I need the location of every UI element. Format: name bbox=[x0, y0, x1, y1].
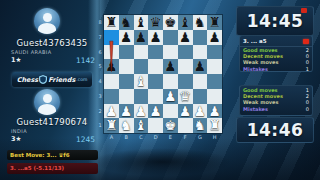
rank-label: 6 bbox=[97, 45, 103, 60]
square-f8[interactable]: ♝ bbox=[178, 15, 193, 30]
square-a1[interactable]: ♜ bbox=[104, 118, 119, 133]
square-e3[interactable]: ♟ bbox=[163, 89, 178, 104]
piece-c8[interactable]: ♝ bbox=[134, 15, 149, 30]
piece-g8[interactable]: ♞ bbox=[193, 15, 208, 30]
avatar-silhouette bbox=[43, 94, 52, 103]
square-h4[interactable] bbox=[207, 74, 222, 89]
avatar-silhouette bbox=[38, 23, 56, 34]
file-label: A bbox=[104, 134, 119, 141]
square-h5[interactable] bbox=[207, 59, 222, 74]
piece-d8[interactable]: ♛ bbox=[148, 15, 163, 30]
avatar-silhouette bbox=[38, 104, 56, 115]
piece-c4[interactable]: ♝ bbox=[134, 74, 149, 89]
square-d4[interactable] bbox=[148, 74, 163, 89]
square-a6[interactable] bbox=[104, 45, 119, 60]
piece-f2[interactable]: ♟ bbox=[178, 104, 193, 119]
square-e2[interactable] bbox=[163, 104, 178, 119]
last-move-header: 3. ... a5 bbox=[240, 37, 312, 47]
square-a7[interactable] bbox=[104, 30, 119, 45]
square-g6[interactable] bbox=[193, 45, 208, 60]
square-h7[interactable]: ♟ bbox=[207, 30, 222, 45]
square-c7[interactable]: ♟ bbox=[134, 30, 149, 45]
stat-label: Mistakes bbox=[243, 66, 268, 72]
rank-label: 1 bbox=[97, 118, 103, 133]
bottom-player-name: Guest41790674 bbox=[2, 117, 102, 127]
logo-text-right: Friends bbox=[48, 76, 75, 84]
stat-value: 0 bbox=[306, 106, 309, 112]
played-move-bar: 3. ...a5 (-5.11/13) bbox=[7, 163, 98, 174]
stat-value: 1 bbox=[306, 66, 309, 72]
square-a8[interactable]: ♜ bbox=[104, 15, 119, 30]
top-player-stats-panel: 3. ... a5 Good moves2Decent moves0Weak m… bbox=[239, 35, 313, 72]
square-d8[interactable]: ♛ bbox=[148, 15, 163, 30]
square-b4[interactable] bbox=[119, 74, 134, 89]
logo-suffix: .com bbox=[76, 77, 87, 82]
piece-d7[interactable]: ♟ bbox=[148, 30, 163, 45]
square-a5[interactable]: ♟ bbox=[104, 59, 119, 74]
avatar-silhouette bbox=[43, 13, 52, 22]
file-label: H bbox=[207, 134, 222, 141]
stat-row-mistakes: Mistakes1 bbox=[240, 66, 312, 72]
rank-label: 2 bbox=[97, 104, 103, 119]
square-d2[interactable]: ♟ bbox=[148, 104, 163, 119]
square-a4[interactable] bbox=[104, 74, 119, 89]
piece-h7[interactable]: ♟ bbox=[207, 30, 222, 45]
file-label: B bbox=[119, 134, 134, 141]
square-b5[interactable] bbox=[119, 59, 134, 74]
piece-f8[interactable]: ♝ bbox=[178, 15, 193, 30]
file-label: G bbox=[193, 134, 208, 141]
square-f2[interactable]: ♟ bbox=[178, 104, 193, 119]
piece-e3[interactable]: ♟ bbox=[163, 89, 178, 104]
top-player-country: SAUDI ARABIA bbox=[11, 49, 52, 55]
square-g5[interactable]: ♟ bbox=[193, 59, 208, 74]
square-c4[interactable]: ♝ bbox=[134, 74, 149, 89]
piece-a5[interactable]: ♟ bbox=[104, 59, 119, 74]
file-label: D bbox=[148, 134, 163, 141]
game-screen: Guest43763435 SAUDI ARABIA 1★ 1142 Chess… bbox=[0, 0, 320, 180]
bottom-player-rating: 1245 bbox=[11, 135, 95, 144]
piece-f7[interactable]: ♟ bbox=[178, 30, 193, 45]
square-a3[interactable] bbox=[104, 89, 119, 104]
square-c5[interactable] bbox=[134, 59, 149, 74]
last-move-text: 3. ... a5 bbox=[243, 38, 267, 44]
square-e6[interactable] bbox=[163, 45, 178, 60]
square-e5[interactable]: ♟ bbox=[163, 59, 178, 74]
square-g7[interactable] bbox=[193, 30, 208, 45]
file-labels: ABCDEFGH bbox=[104, 134, 222, 141]
piece-b8[interactable]: ♞ bbox=[119, 15, 134, 30]
square-c6[interactable] bbox=[134, 45, 149, 60]
square-b1[interactable]: ♞ bbox=[119, 118, 134, 133]
logo-text-left: Chess bbox=[17, 76, 39, 84]
piece-a8[interactable]: ♜ bbox=[104, 15, 119, 30]
file-label: E bbox=[163, 134, 178, 141]
square-b2[interactable]: ♟ bbox=[119, 104, 134, 119]
rank-label: 4 bbox=[97, 74, 103, 89]
square-f5[interactable] bbox=[178, 59, 193, 74]
avatar-bottom-player bbox=[34, 89, 60, 115]
square-d7[interactable]: ♟ bbox=[148, 30, 163, 45]
bottom-player-clock: 14:46 bbox=[236, 117, 314, 143]
bottom-player-country: INDIA bbox=[11, 128, 27, 134]
square-f7[interactable]: ♟ bbox=[178, 30, 193, 45]
piece-c7[interactable]: ♟ bbox=[134, 30, 149, 45]
square-c3[interactable] bbox=[134, 89, 149, 104]
piece-b2[interactable]: ♟ bbox=[119, 104, 134, 119]
piece-f3[interactable]: ♛ bbox=[178, 89, 193, 104]
piece-e8[interactable]: ♚ bbox=[163, 15, 178, 30]
square-h8[interactable]: ♜ bbox=[207, 15, 222, 30]
piece-c2[interactable]: ♟ bbox=[134, 104, 149, 119]
chessfriends-logo[interactable]: Chess Friends .com bbox=[12, 72, 92, 87]
square-d1[interactable] bbox=[148, 118, 163, 133]
square-a2[interactable]: ♟ bbox=[104, 104, 119, 119]
square-b6[interactable] bbox=[119, 45, 134, 60]
bottom-player-stats-panel: Good moves1Decent moves2Weak moves0Mista… bbox=[239, 85, 313, 116]
square-b8[interactable]: ♞ bbox=[119, 15, 134, 30]
piece-g5[interactable]: ♟ bbox=[193, 59, 208, 74]
square-c8[interactable]: ♝ bbox=[134, 15, 149, 30]
piece-a2[interactable]: ♟ bbox=[104, 104, 119, 119]
rank-label: 5 bbox=[97, 59, 103, 74]
piece-g1[interactable]: ♞ bbox=[193, 118, 208, 133]
square-e8[interactable]: ♚ bbox=[163, 15, 178, 30]
square-e1[interactable]: ♚ bbox=[163, 118, 178, 133]
square-g4[interactable] bbox=[193, 74, 208, 89]
square-f4[interactable] bbox=[178, 74, 193, 89]
square-c2[interactable]: ♟ bbox=[134, 104, 149, 119]
shield-icon bbox=[39, 75, 47, 84]
best-move-bar: Best Move: 3... ♛f6 bbox=[7, 150, 98, 160]
square-h1[interactable]: ♜ bbox=[207, 118, 222, 133]
piece-e1[interactable]: ♚ bbox=[163, 118, 178, 133]
square-g3[interactable] bbox=[193, 89, 208, 104]
top-player-rating: 1142 bbox=[11, 56, 95, 65]
avatar-top-player bbox=[34, 8, 60, 34]
square-f3[interactable]: ♛ bbox=[178, 89, 193, 104]
piece-h1[interactable]: ♜ bbox=[207, 118, 222, 133]
rank-labels: 87654321 bbox=[97, 15, 103, 133]
square-d6[interactable] bbox=[148, 45, 163, 60]
piece-d2[interactable]: ♟ bbox=[148, 104, 163, 119]
top-player-name: Guest43763435 bbox=[2, 38, 102, 48]
file-label: F bbox=[178, 134, 193, 141]
square-e7[interactable] bbox=[163, 30, 178, 45]
square-g2[interactable]: ♟ bbox=[193, 104, 208, 119]
square-g8[interactable]: ♞ bbox=[193, 15, 208, 30]
board-area: ♜♞♝♛♚♝♞♜♟♟♟♟♟♟♟♟♝♟♛♟♟♟♟♟♟♟♜♞♝♚♞♜ bbox=[104, 15, 222, 133]
piece-g2[interactable]: ♟ bbox=[193, 104, 208, 119]
piece-e5[interactable]: ♟ bbox=[163, 59, 178, 74]
piece-a1[interactable]: ♜ bbox=[104, 118, 119, 133]
square-f6[interactable] bbox=[178, 45, 193, 60]
piece-b7[interactable]: ♟ bbox=[119, 30, 134, 45]
piece-c1[interactable]: ♝ bbox=[134, 118, 149, 133]
file-label: C bbox=[134, 134, 149, 141]
mistake-alert-icon bbox=[301, 8, 307, 13]
square-e4[interactable] bbox=[163, 74, 178, 89]
square-h2[interactable]: ♟ bbox=[207, 104, 222, 119]
square-f1[interactable] bbox=[178, 118, 193, 133]
rank-label: 8 bbox=[97, 15, 103, 30]
piece-h8[interactable]: ♜ bbox=[207, 15, 222, 30]
piece-h2[interactable]: ♟ bbox=[207, 104, 222, 119]
square-g1[interactable]: ♞ bbox=[193, 118, 208, 133]
stat-label: Mistakes bbox=[243, 106, 268, 112]
square-d3[interactable] bbox=[148, 89, 163, 104]
square-h3[interactable] bbox=[207, 89, 222, 104]
square-d5[interactable] bbox=[148, 59, 163, 74]
rank-label: 7 bbox=[97, 30, 103, 45]
square-b3[interactable] bbox=[119, 89, 134, 104]
square-h6[interactable] bbox=[207, 45, 222, 60]
mistake-badge-icon bbox=[303, 39, 309, 44]
square-b7[interactable]: ♟ bbox=[119, 30, 134, 45]
rank-label: 3 bbox=[97, 89, 103, 104]
piece-b1[interactable]: ♞ bbox=[119, 118, 134, 133]
stat-row-mistakes: Mistakes0 bbox=[240, 106, 312, 112]
square-c1[interactable]: ♝ bbox=[134, 118, 149, 133]
chess-board[interactable]: ♜♞♝♛♚♝♞♜♟♟♟♟♟♟♟♟♝♟♛♟♟♟♟♟♟♟♜♞♝♚♞♜ bbox=[104, 15, 222, 133]
